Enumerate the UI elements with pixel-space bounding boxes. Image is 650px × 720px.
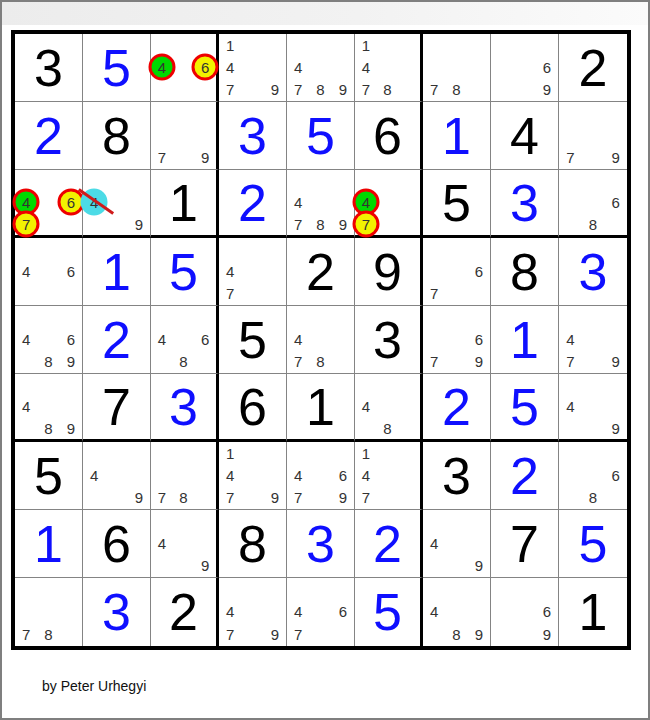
candidate-slot-5 (377, 396, 399, 418)
cell-r4c2[interactable]: 1 (83, 238, 151, 306)
candidate-slot-6: 6 (536, 56, 558, 78)
candidate-digit: 9 (271, 489, 279, 506)
candidate-slot-9: 9 (60, 417, 82, 439)
candidate-slot-6 (264, 260, 286, 282)
candidate-slot-5 (445, 601, 467, 624)
candidate-slot-9: 9 (604, 351, 627, 373)
cell-r4c6[interactable]: 9 (355, 238, 423, 306)
candidate-slot-8 (445, 555, 467, 577)
candidate-slot-3 (332, 578, 354, 601)
candidate-slot-2 (309, 34, 331, 56)
cell-r6c4[interactable]: 6 (219, 374, 287, 442)
candidate-digit: 4 (430, 535, 438, 552)
candidate-digit: 7 (362, 81, 370, 98)
cell-r2c7[interactable]: 1 (423, 102, 491, 170)
candidate-slot-5 (37, 260, 59, 282)
cell-r1c9[interactable]: 2 (559, 34, 627, 102)
candidate-slot-2 (105, 442, 127, 464)
candidate-slot-4: 4 (355, 396, 377, 418)
cell-r8c2[interactable]: 6 (83, 510, 151, 578)
candidate-slot-7 (15, 351, 37, 373)
candidate-slot-7: 7 (15, 213, 37, 235)
candidate-slot-2 (445, 578, 467, 601)
candidate-slot-5 (241, 464, 263, 486)
cell-r6c2[interactable]: 7 (83, 374, 151, 442)
cell-r1c6[interactable]: 1478 (355, 34, 423, 102)
cell-r3c9[interactable]: 68 (559, 170, 627, 238)
candidate-slot-4 (15, 601, 37, 624)
cell-r4c8[interactable]: 8 (491, 238, 559, 306)
candidate-slot-8: 8 (377, 417, 399, 439)
solved-digit: 2 (423, 374, 490, 439)
candidate-slot-4: 4 (219, 56, 241, 78)
cell-r9c8[interactable]: 69 (491, 578, 559, 646)
candidate-slot-7: 7 (423, 79, 445, 101)
cell-r8c5[interactable]: 3 (287, 510, 355, 578)
candidate-slot-7: 7 (287, 213, 309, 235)
candidate-slot-1 (423, 578, 445, 601)
cell-r7c2[interactable]: 49 (83, 442, 151, 510)
candidate-slot-3 (468, 238, 490, 260)
given-digit: 8 (83, 102, 150, 169)
pencil-marks: 47 (355, 170, 420, 235)
candidate-slot-9: 9 (536, 623, 558, 646)
candidate-digit: 7 (158, 149, 166, 166)
cell-r2c8[interactable]: 4 (491, 102, 559, 170)
candidate-slot-1 (219, 578, 241, 601)
given-digit: 6 (219, 374, 286, 439)
candidate-slot-9: 9 (194, 147, 216, 169)
given-digit: 5 (423, 170, 490, 235)
candidate-slot-9: 9 (264, 487, 286, 509)
candidate-slot-8: 8 (582, 487, 605, 509)
candidate-slot-4 (423, 56, 445, 78)
candidate-slot-6: 6 (468, 260, 490, 282)
candidate-slot-1 (491, 34, 513, 56)
candidate-digit: 6 (67, 194, 75, 211)
cell-r5c2[interactable]: 2 (83, 306, 151, 374)
candidate-slot-9: 9 (604, 417, 627, 439)
candidate-digit: 7 (430, 81, 438, 98)
candidate-digit: 9 (271, 626, 279, 643)
cell-r5c3[interactable]: 468 (151, 306, 219, 374)
candidate-slot-8 (37, 283, 59, 305)
cell-r3c4[interactable]: 2 (219, 170, 287, 238)
candidate-slot-6 (398, 192, 420, 214)
candidate-slot-7: 7 (355, 487, 377, 509)
cell-r6c6[interactable]: 48 (355, 374, 423, 442)
candidate-slot-4: 4 (355, 192, 377, 214)
candidate-slot-4 (559, 124, 582, 146)
cell-r7c4[interactable]: 1479 (219, 442, 287, 510)
candidate-digit: 8 (383, 420, 391, 437)
cell-r3c5[interactable]: 4789 (287, 170, 355, 238)
cell-r9c9[interactable]: 1 (559, 578, 627, 646)
candidate-digit: 7 (294, 216, 302, 233)
solved-digit: 3 (83, 578, 150, 646)
cell-r2c5[interactable]: 5 (287, 102, 355, 170)
candidate-slot-9: 9 (332, 213, 354, 235)
candidate-slot-6 (398, 56, 420, 78)
candidate-slot-1 (15, 238, 37, 260)
candidate-digit: 1 (362, 37, 370, 54)
candidate-slot-4: 4 (219, 464, 241, 486)
cell-r2c4[interactable]: 3 (219, 102, 287, 170)
cell-r5c1[interactable]: 4689 (15, 306, 83, 374)
candidate-slot-8 (173, 147, 195, 169)
candidate-slot-3 (604, 442, 627, 464)
pencil-marks: 4789 (287, 34, 354, 101)
cell-r8c3[interactable]: 49 (151, 510, 219, 578)
cell-r4c3[interactable]: 5 (151, 238, 219, 306)
pencil-marks: 46 (15, 238, 82, 305)
candidate-slot-1 (83, 442, 105, 464)
candidate-slot-9 (60, 213, 82, 235)
candidate-digit: 7 (430, 353, 438, 370)
candidate-slot-7 (151, 555, 173, 577)
candidate-slot-9 (398, 417, 420, 439)
candidate-slot-1 (423, 238, 445, 260)
candidate-digit: 7 (22, 626, 30, 643)
cell-r5c5[interactable]: 478 (287, 306, 355, 374)
pencil-marks: 4679 (287, 442, 354, 509)
candidate-slot-8 (37, 213, 59, 235)
candidate-slot-9: 9 (332, 487, 354, 509)
candidate-slot-5 (513, 56, 535, 78)
cell-r8c4[interactable]: 8 (219, 510, 287, 578)
candidate-slot-1 (491, 578, 513, 601)
cell-r1c4[interactable]: 1479 (219, 34, 287, 102)
candidate-slot-2 (241, 34, 263, 56)
candidate-digit: 6 (543, 59, 551, 76)
candidate-slot-4 (151, 124, 173, 146)
candidate-slot-2 (37, 306, 59, 328)
cell-r9c6[interactable]: 5 (355, 578, 423, 646)
candidate-slot-6 (604, 396, 627, 418)
pencil-marks: 69 (491, 34, 558, 101)
candidate-digit: 4 (362, 398, 370, 415)
pencil-marks: 1479 (219, 34, 286, 101)
candidate-digit: 9 (339, 81, 347, 98)
candidate-slot-1: 1 (219, 34, 241, 56)
pencil-marks: 679 (423, 306, 490, 373)
candidate-digit: 4 (566, 331, 574, 348)
candidate-slot-4: 4 (287, 601, 309, 624)
cell-r9c2[interactable]: 3 (83, 578, 151, 646)
candidate-slot-6: 6 (60, 192, 82, 214)
cell-r8c1[interactable]: 1 (15, 510, 83, 578)
cell-r5c6[interactable]: 3 (355, 306, 423, 374)
cell-r6c3[interactable]: 3 (151, 374, 219, 442)
candidate-digit: 8 (452, 81, 460, 98)
pencil-marks: 49 (83, 442, 150, 509)
candidate-slot-3 (398, 442, 420, 464)
cell-r1c2[interactable]: 5 (83, 34, 151, 102)
candidate-slot-8 (582, 147, 605, 169)
candidate-digit: 9 (475, 626, 483, 643)
cell-r1c7[interactable]: 78 (423, 34, 491, 102)
cell-r7c8[interactable]: 2 (491, 442, 559, 510)
candidate-digit: 4 (158, 331, 166, 348)
candidate-slot-2 (309, 578, 331, 601)
candidate-digit: 6 (339, 467, 347, 484)
candidate-slot-4: 4 (287, 192, 309, 214)
candidate-slot-8: 8 (309, 213, 331, 235)
candidate-slot-2 (582, 374, 605, 396)
candidate-slot-2 (582, 170, 605, 192)
candidate-slot-3 (332, 306, 354, 328)
solved-digit: 2 (355, 510, 420, 577)
given-digit: 2 (151, 578, 216, 646)
candidate-slot-2 (582, 102, 605, 124)
candidate-slot-9: 9 (468, 623, 490, 646)
cell-r2c6[interactable]: 6 (355, 102, 423, 170)
candidate-slot-7: 7 (355, 79, 377, 101)
cell-r3c3[interactable]: 1 (151, 170, 219, 238)
cell-r3c6[interactable]: 47 (355, 170, 423, 238)
candidate-digit: 9 (611, 149, 619, 166)
cell-r5c8[interactable]: 1 (491, 306, 559, 374)
candidate-digit: 6 (67, 331, 75, 348)
cell-r8c6[interactable]: 2 (355, 510, 423, 578)
candidate-slot-2 (37, 374, 59, 396)
cell-r7c7[interactable]: 3 (423, 442, 491, 510)
candidate-slot-8 (309, 487, 331, 509)
candidate-slot-3 (536, 34, 558, 56)
candidate-slot-9 (398, 487, 420, 509)
candidate-slot-6 (468, 532, 490, 554)
cell-r7c1[interactable]: 5 (15, 442, 83, 510)
candidate-digit: 7 (362, 489, 370, 506)
cell-r1c1[interactable]: 3 (15, 34, 83, 102)
cell-r1c5[interactable]: 4789 (287, 34, 355, 102)
cell-r7c5[interactable]: 4679 (287, 442, 355, 510)
candidate-slot-4 (491, 56, 513, 78)
cell-r4c4[interactable]: 47 (219, 238, 287, 306)
solved-digit: 3 (287, 510, 354, 577)
cell-r8c8[interactable]: 7 (491, 510, 559, 578)
candidate-slot-5 (582, 328, 605, 350)
candidate-slot-3 (128, 170, 150, 192)
solved-digit: 2 (83, 306, 150, 373)
cell-r2c1[interactable]: 2 (15, 102, 83, 170)
candidate-slot-2 (309, 170, 331, 192)
candidate-slot-7 (559, 487, 582, 509)
candidate-slot-6 (264, 601, 286, 624)
candidate-slot-1 (151, 34, 173, 56)
cell-r5c7[interactable]: 679 (423, 306, 491, 374)
candidate-slot-8 (445, 351, 467, 373)
given-digit: 5 (219, 306, 286, 373)
cell-r9c1[interactable]: 78 (15, 578, 83, 646)
pencil-marks: 467 (15, 170, 82, 235)
solved-digit: 5 (491, 374, 558, 439)
cell-r4c7[interactable]: 67 (423, 238, 491, 306)
candidate-slot-1 (287, 306, 309, 328)
cell-r3c2[interactable]: 49 (83, 170, 151, 238)
cell-r6c8[interactable]: 5 (491, 374, 559, 442)
candidate-slot-4: 4 (287, 328, 309, 350)
pencil-marks: 49 (423, 510, 490, 577)
candidate-slot-2 (173, 34, 195, 56)
candidate-slot-2 (445, 306, 467, 328)
cell-r2c3[interactable]: 79 (151, 102, 219, 170)
candidate-digit: 4 (22, 331, 30, 348)
candidate-digit: 7 (294, 626, 302, 643)
candidate-digit: 8 (452, 626, 460, 643)
candidate-slot-1 (423, 510, 445, 532)
cell-r5c9[interactable]: 479 (559, 306, 627, 374)
solved-digit: 1 (491, 306, 558, 373)
candidate-slot-8: 8 (173, 351, 195, 373)
cell-r6c7[interactable]: 2 (423, 374, 491, 442)
sudoku-board: 3546147947891478786922879356147946749124… (11, 30, 631, 650)
cell-r7c9[interactable]: 68 (559, 442, 627, 510)
candidate-slot-1 (15, 306, 37, 328)
given-digit: 1 (559, 578, 627, 646)
cell-r9c7[interactable]: 489 (423, 578, 491, 646)
given-digit: 7 (83, 374, 150, 439)
candidate-slot-3 (604, 170, 627, 192)
cell-r2c2[interactable]: 8 (83, 102, 151, 170)
cell-r4c1[interactable]: 46 (15, 238, 83, 306)
solved-digit: 2 (15, 102, 82, 169)
candidate-slot-5 (241, 601, 263, 624)
cell-r9c4[interactable]: 479 (219, 578, 287, 646)
candidate-slot-3 (468, 510, 490, 532)
candidate-digit: 8 (589, 216, 597, 233)
cell-r2c9[interactable]: 79 (559, 102, 627, 170)
solved-digit: 3 (559, 238, 627, 305)
candidate-slot-7 (15, 417, 37, 439)
candidate-digit: 8 (589, 489, 597, 506)
candidate-digit: 6 (611, 467, 619, 484)
candidate-slot-4: 4 (151, 328, 173, 350)
cell-r3c8[interactable]: 3 (491, 170, 559, 238)
candidate-slot-6 (332, 192, 354, 214)
candidate-slot-3 (604, 102, 627, 124)
candidate-digit: 4 (158, 59, 166, 76)
candidate-slot-5 (445, 56, 467, 78)
candidate-slot-8 (241, 623, 263, 646)
candidate-slot-9: 9 (604, 147, 627, 169)
candidate-slot-3 (398, 34, 420, 56)
candidate-slot-1 (287, 170, 309, 192)
candidate-digit: 6 (543, 603, 551, 620)
candidate-digit: 4 (226, 603, 234, 620)
candidate-digit: 4 (294, 59, 302, 76)
given-digit: 3 (15, 34, 82, 101)
cell-r6c1[interactable]: 489 (15, 374, 83, 442)
cell-r6c9[interactable]: 49 (559, 374, 627, 442)
candidate-digit: 9 (543, 626, 551, 643)
candidate-slot-3 (194, 510, 216, 532)
candidate-digit: 8 (179, 489, 187, 506)
candidate-digit: 9 (543, 81, 551, 98)
candidate-digit: 4 (294, 331, 302, 348)
cell-r8c7[interactable]: 49 (423, 510, 491, 578)
given-digit: 2 (559, 34, 627, 101)
candidate-slot-5 (309, 328, 331, 350)
cell-r7c6[interactable]: 147 (355, 442, 423, 510)
cell-r3c1[interactable]: 467 (15, 170, 83, 238)
candidate-slot-6 (194, 532, 216, 554)
candidate-slot-2 (241, 578, 263, 601)
candidate-slot-2 (37, 578, 59, 601)
candidate-digit: 9 (271, 81, 279, 98)
cell-r4c5[interactable]: 2 (287, 238, 355, 306)
candidate-digit: 9 (339, 489, 347, 506)
candidate-digit: 7 (566, 149, 574, 166)
candidate-slot-5 (582, 464, 605, 486)
candidate-slot-6 (60, 396, 82, 418)
candidate-slot-7: 7 (219, 487, 241, 509)
candidate-slot-6: 6 (60, 260, 82, 282)
candidate-slot-5 (309, 56, 331, 78)
candidate-slot-7: 7 (423, 283, 445, 305)
candidate-slot-9 (604, 213, 627, 235)
candidate-slot-6: 6 (468, 328, 490, 350)
candidate-digit: 8 (316, 353, 324, 370)
candidate-slot-8: 8 (445, 79, 467, 101)
cell-r5c4[interactable]: 5 (219, 306, 287, 374)
candidate-digit: 4 (362, 59, 370, 76)
candidate-digit: 4 (22, 263, 30, 280)
cell-r6c5[interactable]: 1 (287, 374, 355, 442)
candidate-slot-7 (355, 417, 377, 439)
candidate-slot-4 (559, 464, 582, 486)
cell-r4c9[interactable]: 3 (559, 238, 627, 306)
candidate-slot-7 (423, 555, 445, 577)
pencil-marks: 49 (83, 170, 150, 235)
candidate-slot-9 (398, 79, 420, 101)
solved-digit: 5 (287, 102, 354, 169)
cell-r8c9[interactable]: 5 (559, 510, 627, 578)
given-digit: 2 (287, 238, 354, 305)
pencil-marks: 147 (355, 442, 420, 509)
candidate-digit: 8 (44, 626, 52, 643)
candidate-slot-4 (151, 464, 173, 486)
cell-r9c3[interactable]: 2 (151, 578, 219, 646)
cell-r1c3[interactable]: 46 (151, 34, 219, 102)
candidate-digit: 7 (294, 353, 302, 370)
cell-r9c5[interactable]: 467 (287, 578, 355, 646)
candidate-slot-6: 6 (332, 464, 354, 486)
candidate-slot-6 (128, 192, 150, 214)
pencil-marks: 489 (423, 578, 490, 646)
candidate-slot-6 (60, 601, 82, 624)
candidate-slot-7: 7 (151, 147, 173, 169)
cell-r3c7[interactable]: 5 (423, 170, 491, 238)
candidate-slot-8 (513, 623, 535, 646)
candidate-slot-8: 8 (309, 79, 331, 101)
given-digit: 8 (491, 238, 558, 305)
candidate-slot-2 (241, 238, 263, 260)
candidate-digit: 9 (67, 353, 75, 370)
candidate-slot-2 (377, 442, 399, 464)
candidate-slot-8: 8 (37, 623, 59, 646)
author-credit: by Peter Urhegyi (42, 678, 146, 694)
candidate-slot-9: 9 (468, 555, 490, 577)
given-digit: 6 (355, 102, 420, 169)
candidate-slot-6 (194, 464, 216, 486)
pencil-marks: 478 (287, 306, 354, 373)
candidate-digit: 7 (226, 81, 234, 98)
candidate-slot-9: 9 (264, 79, 286, 101)
cell-r1c8[interactable]: 69 (491, 34, 559, 102)
candidate-slot-4: 4 (15, 260, 37, 282)
cell-r7c3[interactable]: 78 (151, 442, 219, 510)
